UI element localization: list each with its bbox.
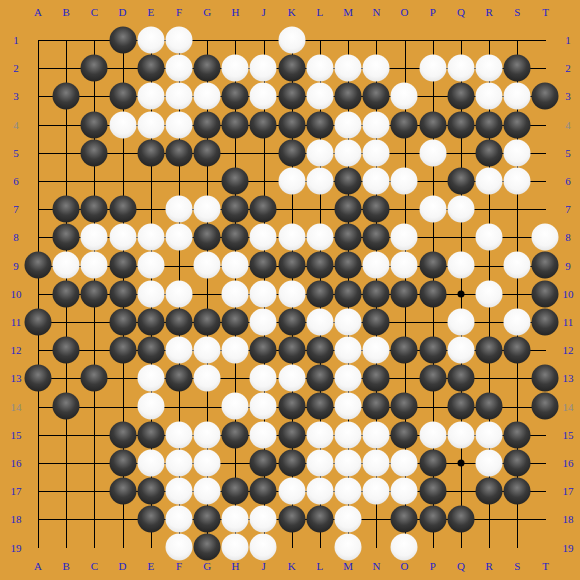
black-stone[interactable] <box>419 365 446 392</box>
intersection-S5[interactable] <box>503 139 531 167</box>
intersection-J17[interactable] <box>249 477 277 505</box>
intersection-P11[interactable] <box>419 308 447 336</box>
black-stone[interactable] <box>278 337 305 364</box>
white-stone[interactable] <box>250 421 277 448</box>
black-stone[interactable] <box>53 393 80 420</box>
white-stone[interactable] <box>419 421 446 448</box>
intersection-C19[interactable] <box>80 533 108 561</box>
intersection-G3[interactable] <box>193 82 221 110</box>
intersection-L9[interactable] <box>306 251 334 279</box>
white-stone[interactable] <box>306 477 333 504</box>
intersection-H1[interactable] <box>221 26 249 54</box>
intersection-H13[interactable] <box>221 364 249 392</box>
intersection-R13[interactable] <box>475 364 503 392</box>
intersection-P10[interactable] <box>419 280 447 308</box>
intersection-C7[interactable] <box>80 195 108 223</box>
black-stone[interactable] <box>475 111 502 138</box>
intersection-S3[interactable] <box>503 82 531 110</box>
black-stone[interactable] <box>363 365 390 392</box>
intersection-D5[interactable] <box>108 139 136 167</box>
white-stone[interactable] <box>222 55 249 82</box>
white-stone[interactable] <box>137 365 164 392</box>
white-stone[interactable] <box>363 167 390 194</box>
black-stone[interactable] <box>250 111 277 138</box>
white-stone[interactable] <box>391 477 418 504</box>
intersection-K7[interactable] <box>278 195 306 223</box>
intersection-C11[interactable] <box>80 308 108 336</box>
white-stone[interactable] <box>335 534 362 561</box>
intersection-N7[interactable] <box>362 195 390 223</box>
black-stone[interactable] <box>306 280 333 307</box>
white-stone[interactable] <box>447 421 474 448</box>
intersection-L12[interactable] <box>306 336 334 364</box>
intersection-Q3[interactable] <box>447 82 475 110</box>
intersection-K16[interactable] <box>278 449 306 477</box>
black-stone[interactable] <box>53 337 80 364</box>
white-stone[interactable] <box>447 252 474 279</box>
black-stone[interactable] <box>109 337 136 364</box>
intersection-C3[interactable] <box>80 82 108 110</box>
black-stone[interactable] <box>363 308 390 335</box>
intersection-J7[interactable] <box>249 195 277 223</box>
intersection-O18[interactable] <box>390 505 418 533</box>
intersection-F17[interactable] <box>165 477 193 505</box>
intersection-L17[interactable] <box>306 477 334 505</box>
white-stone[interactable] <box>194 421 221 448</box>
intersection-D6[interactable] <box>108 167 136 195</box>
white-stone[interactable] <box>391 449 418 476</box>
black-stone[interactable] <box>250 477 277 504</box>
white-stone[interactable] <box>109 224 136 251</box>
white-stone[interactable] <box>363 139 390 166</box>
intersection-R15[interactable] <box>475 421 503 449</box>
intersection-R8[interactable] <box>475 223 503 251</box>
intersection-S1[interactable] <box>503 26 531 54</box>
black-stone[interactable] <box>391 393 418 420</box>
intersection-R18[interactable] <box>475 505 503 533</box>
intersection-J11[interactable] <box>249 308 277 336</box>
intersection-Q16[interactable] <box>447 449 475 477</box>
intersection-H14[interactable] <box>221 392 249 420</box>
intersection-N9[interactable] <box>362 251 390 279</box>
intersection-E11[interactable] <box>137 308 165 336</box>
intersection-Q18[interactable] <box>447 505 475 533</box>
intersection-S15[interactable] <box>503 421 531 449</box>
black-stone[interactable] <box>447 111 474 138</box>
black-stone[interactable] <box>475 477 502 504</box>
white-stone[interactable] <box>278 26 305 53</box>
white-stone[interactable] <box>419 196 446 223</box>
intersection-D19[interactable] <box>108 533 136 561</box>
intersection-F6[interactable] <box>165 167 193 195</box>
intersection-R5[interactable] <box>475 139 503 167</box>
white-stone[interactable] <box>222 506 249 533</box>
intersection-P9[interactable] <box>419 251 447 279</box>
intersection-F10[interactable] <box>165 280 193 308</box>
intersection-S9[interactable] <box>503 251 531 279</box>
black-stone[interactable] <box>447 393 474 420</box>
white-stone[interactable] <box>335 139 362 166</box>
black-stone[interactable] <box>250 337 277 364</box>
intersection-P19[interactable] <box>419 533 447 561</box>
white-stone[interactable] <box>165 534 192 561</box>
white-stone[interactable] <box>363 477 390 504</box>
intersection-J2[interactable] <box>249 54 277 82</box>
intersection-R17[interactable] <box>475 477 503 505</box>
intersection-B1[interactable] <box>52 26 80 54</box>
intersection-B19[interactable] <box>52 533 80 561</box>
intersection-R2[interactable] <box>475 54 503 82</box>
intersection-D12[interactable] <box>108 336 136 364</box>
black-stone[interactable] <box>194 224 221 251</box>
black-stone[interactable] <box>306 337 333 364</box>
intersection-D16[interactable] <box>108 449 136 477</box>
intersection-K17[interactable] <box>278 477 306 505</box>
intersection-P18[interactable] <box>419 505 447 533</box>
intersection-Q14[interactable] <box>447 392 475 420</box>
intersection-J15[interactable] <box>249 421 277 449</box>
intersection-P17[interactable] <box>419 477 447 505</box>
intersection-D4[interactable] <box>108 110 136 138</box>
intersection-O7[interactable] <box>390 195 418 223</box>
intersection-E4[interactable] <box>137 110 165 138</box>
intersection-O12[interactable] <box>390 336 418 364</box>
intersection-J13[interactable] <box>249 364 277 392</box>
black-stone[interactable] <box>419 449 446 476</box>
intersection-C2[interactable] <box>80 54 108 82</box>
intersection-L5[interactable] <box>306 139 334 167</box>
black-stone[interactable] <box>504 449 531 476</box>
intersection-O8[interactable] <box>390 223 418 251</box>
intersection-M6[interactable] <box>334 167 362 195</box>
intersection-G14[interactable] <box>193 392 221 420</box>
intersection-O4[interactable] <box>390 110 418 138</box>
intersection-O13[interactable] <box>390 364 418 392</box>
black-stone[interactable] <box>363 393 390 420</box>
intersection-L11[interactable] <box>306 308 334 336</box>
white-stone[interactable] <box>194 83 221 110</box>
intersection-S8[interactable] <box>503 223 531 251</box>
intersection-Q5[interactable] <box>447 139 475 167</box>
black-stone[interactable] <box>81 55 108 82</box>
intersection-K9[interactable] <box>278 251 306 279</box>
intersection-E19[interactable] <box>137 533 165 561</box>
intersection-G16[interactable] <box>193 449 221 477</box>
intersection-N1[interactable] <box>362 26 390 54</box>
black-stone[interactable] <box>137 421 164 448</box>
black-stone[interactable] <box>447 167 474 194</box>
intersection-J16[interactable] <box>249 449 277 477</box>
white-stone[interactable] <box>335 477 362 504</box>
white-stone[interactable] <box>278 280 305 307</box>
black-stone[interactable] <box>109 449 136 476</box>
intersection-E13[interactable] <box>137 364 165 392</box>
intersection-L4[interactable] <box>306 110 334 138</box>
black-stone[interactable] <box>109 252 136 279</box>
black-stone[interactable] <box>419 111 446 138</box>
black-stone[interactable] <box>81 365 108 392</box>
intersection-K15[interactable] <box>278 421 306 449</box>
white-stone[interactable] <box>475 55 502 82</box>
intersection-B6[interactable] <box>52 167 80 195</box>
intersection-L19[interactable] <box>306 533 334 561</box>
intersection-F12[interactable] <box>165 336 193 364</box>
white-stone[interactable] <box>165 55 192 82</box>
white-stone[interactable] <box>504 139 531 166</box>
intersection-F13[interactable] <box>165 364 193 392</box>
black-stone[interactable] <box>81 196 108 223</box>
white-stone[interactable] <box>250 534 277 561</box>
intersection-P13[interactable] <box>419 364 447 392</box>
intersection-Q19[interactable] <box>447 533 475 561</box>
black-stone[interactable] <box>419 477 446 504</box>
white-stone[interactable] <box>475 449 502 476</box>
white-stone[interactable] <box>363 449 390 476</box>
black-stone[interactable] <box>419 252 446 279</box>
white-stone[interactable] <box>165 224 192 251</box>
intersection-H16[interactable] <box>221 449 249 477</box>
intersection-M8[interactable] <box>334 223 362 251</box>
intersection-M9[interactable] <box>334 251 362 279</box>
intersection-M2[interactable] <box>334 54 362 82</box>
intersection-C1[interactable] <box>80 26 108 54</box>
intersection-R1[interactable] <box>475 26 503 54</box>
intersection-F16[interactable] <box>165 449 193 477</box>
white-stone[interactable] <box>194 449 221 476</box>
intersection-C8[interactable] <box>80 223 108 251</box>
intersection-M13[interactable] <box>334 364 362 392</box>
intersection-L16[interactable] <box>306 449 334 477</box>
intersection-F19[interactable] <box>165 533 193 561</box>
intersection-Q7[interactable] <box>447 195 475 223</box>
intersection-Q9[interactable] <box>447 251 475 279</box>
black-stone[interactable] <box>278 83 305 110</box>
white-stone[interactable] <box>391 534 418 561</box>
white-stone[interactable] <box>165 111 192 138</box>
intersection-E9[interactable] <box>137 251 165 279</box>
white-stone[interactable] <box>222 337 249 364</box>
white-stone[interactable] <box>165 449 192 476</box>
intersection-G5[interactable] <box>193 139 221 167</box>
white-stone[interactable] <box>504 83 531 110</box>
intersection-D10[interactable] <box>108 280 136 308</box>
white-stone[interactable] <box>278 477 305 504</box>
white-stone[interactable] <box>391 224 418 251</box>
intersection-E16[interactable] <box>137 449 165 477</box>
white-stone[interactable] <box>194 477 221 504</box>
intersection-K19[interactable] <box>278 533 306 561</box>
intersection-G15[interactable] <box>193 421 221 449</box>
intersection-P1[interactable] <box>419 26 447 54</box>
intersection-M12[interactable] <box>334 336 362 364</box>
white-stone[interactable] <box>278 365 305 392</box>
intersection-C4[interactable] <box>80 110 108 138</box>
black-stone[interactable] <box>278 111 305 138</box>
intersection-H9[interactable] <box>221 251 249 279</box>
white-stone[interactable] <box>109 111 136 138</box>
intersection-C16[interactable] <box>80 449 108 477</box>
black-stone[interactable] <box>363 224 390 251</box>
intersection-B14[interactable] <box>52 392 80 420</box>
intersection-B16[interactable] <box>52 449 80 477</box>
black-stone[interactable] <box>194 139 221 166</box>
black-stone[interactable] <box>475 139 502 166</box>
intersection-E14[interactable] <box>137 392 165 420</box>
intersection-H18[interactable] <box>221 505 249 533</box>
intersection-N17[interactable] <box>362 477 390 505</box>
white-stone[interactable] <box>447 337 474 364</box>
black-stone[interactable] <box>278 252 305 279</box>
intersection-E8[interactable] <box>137 223 165 251</box>
intersection-F9[interactable] <box>165 251 193 279</box>
intersection-F5[interactable] <box>165 139 193 167</box>
white-stone[interactable] <box>475 83 502 110</box>
white-stone[interactable] <box>137 111 164 138</box>
intersection-E18[interactable] <box>137 505 165 533</box>
intersection-G4[interactable] <box>193 110 221 138</box>
intersection-G11[interactable] <box>193 308 221 336</box>
intersection-P16[interactable] <box>419 449 447 477</box>
white-stone[interactable] <box>335 337 362 364</box>
white-stone[interactable] <box>335 55 362 82</box>
intersection-Q11[interactable] <box>447 308 475 336</box>
intersection-M3[interactable] <box>334 82 362 110</box>
black-stone[interactable] <box>81 280 108 307</box>
intersection-O16[interactable] <box>390 449 418 477</box>
intersection-F18[interactable] <box>165 505 193 533</box>
intersection-K14[interactable] <box>278 392 306 420</box>
intersection-B13[interactable] <box>52 364 80 392</box>
intersection-B4[interactable] <box>52 110 80 138</box>
white-stone[interactable] <box>335 421 362 448</box>
black-stone[interactable] <box>194 506 221 533</box>
intersection-R3[interactable] <box>475 82 503 110</box>
intersection-N16[interactable] <box>362 449 390 477</box>
black-stone[interactable] <box>109 477 136 504</box>
black-stone[interactable] <box>447 365 474 392</box>
black-stone[interactable] <box>335 83 362 110</box>
intersection-K1[interactable] <box>278 26 306 54</box>
black-stone[interactable] <box>81 111 108 138</box>
white-stone[interactable] <box>363 252 390 279</box>
intersection-R4[interactable] <box>475 110 503 138</box>
intersection-E2[interactable] <box>137 54 165 82</box>
black-stone[interactable] <box>335 196 362 223</box>
intersection-S4[interactable] <box>503 110 531 138</box>
intersection-F11[interactable] <box>165 308 193 336</box>
black-stone[interactable] <box>250 196 277 223</box>
intersection-G6[interactable] <box>193 167 221 195</box>
intersection-G10[interactable] <box>193 280 221 308</box>
intersection-C13[interactable] <box>80 364 108 392</box>
white-stone[interactable] <box>250 506 277 533</box>
intersection-D18[interactable] <box>108 505 136 533</box>
intersection-P15[interactable] <box>419 421 447 449</box>
white-stone[interactable] <box>222 252 249 279</box>
intersection-K8[interactable] <box>278 223 306 251</box>
intersection-G12[interactable] <box>193 336 221 364</box>
black-stone[interactable] <box>335 280 362 307</box>
intersection-M15[interactable] <box>334 421 362 449</box>
intersection-K2[interactable] <box>278 54 306 82</box>
intersection-H7[interactable] <box>221 195 249 223</box>
intersection-Q13[interactable] <box>447 364 475 392</box>
white-stone[interactable] <box>165 477 192 504</box>
intersection-J6[interactable] <box>249 167 277 195</box>
intersection-K18[interactable] <box>278 505 306 533</box>
intersection-H2[interactable] <box>221 54 249 82</box>
intersection-Q2[interactable] <box>447 54 475 82</box>
intersection-C18[interactable] <box>80 505 108 533</box>
intersection-L6[interactable] <box>306 167 334 195</box>
black-stone[interactable] <box>306 393 333 420</box>
intersection-P5[interactable] <box>419 139 447 167</box>
black-stone[interactable] <box>504 337 531 364</box>
intersection-N15[interactable] <box>362 421 390 449</box>
intersection-Q15[interactable] <box>447 421 475 449</box>
intersection-K3[interactable] <box>278 82 306 110</box>
black-stone[interactable] <box>419 506 446 533</box>
white-stone[interactable] <box>363 111 390 138</box>
white-stone[interactable] <box>306 139 333 166</box>
intersection-D13[interactable] <box>108 364 136 392</box>
black-stone[interactable] <box>53 224 80 251</box>
intersection-M18[interactable] <box>334 505 362 533</box>
intersection-E15[interactable] <box>137 421 165 449</box>
white-stone[interactable] <box>363 337 390 364</box>
white-stone[interactable] <box>475 224 502 251</box>
intersection-B15[interactable] <box>52 421 80 449</box>
intersection-J12[interactable] <box>249 336 277 364</box>
intersection-N8[interactable] <box>362 223 390 251</box>
white-stone[interactable] <box>165 196 192 223</box>
black-stone[interactable] <box>447 506 474 533</box>
black-stone[interactable] <box>419 337 446 364</box>
intersection-H12[interactable] <box>221 336 249 364</box>
intersection-D8[interactable] <box>108 223 136 251</box>
black-stone[interactable] <box>306 252 333 279</box>
intersection-L13[interactable] <box>306 364 334 392</box>
white-stone[interactable] <box>250 308 277 335</box>
intersection-B7[interactable] <box>52 195 80 223</box>
black-stone[interactable] <box>194 534 221 561</box>
intersection-S2[interactable] <box>503 54 531 82</box>
black-stone[interactable] <box>278 421 305 448</box>
intersection-O2[interactable] <box>390 54 418 82</box>
intersection-O9[interactable] <box>390 251 418 279</box>
black-stone[interactable] <box>250 449 277 476</box>
black-stone[interactable] <box>109 280 136 307</box>
intersection-K10[interactable] <box>278 280 306 308</box>
white-stone[interactable] <box>391 83 418 110</box>
white-stone[interactable] <box>335 308 362 335</box>
intersection-O5[interactable] <box>390 139 418 167</box>
intersection-E3[interactable] <box>137 82 165 110</box>
white-stone[interactable] <box>222 393 249 420</box>
white-stone[interactable] <box>194 196 221 223</box>
white-stone[interactable] <box>278 224 305 251</box>
black-stone[interactable] <box>391 506 418 533</box>
intersection-D14[interactable] <box>108 392 136 420</box>
black-stone[interactable] <box>81 139 108 166</box>
black-stone[interactable] <box>194 55 221 82</box>
intersection-N5[interactable] <box>362 139 390 167</box>
intersection-R14[interactable] <box>475 392 503 420</box>
intersection-D17[interactable] <box>108 477 136 505</box>
intersection-N12[interactable] <box>362 336 390 364</box>
intersection-G13[interactable] <box>193 364 221 392</box>
black-stone[interactable] <box>504 477 531 504</box>
